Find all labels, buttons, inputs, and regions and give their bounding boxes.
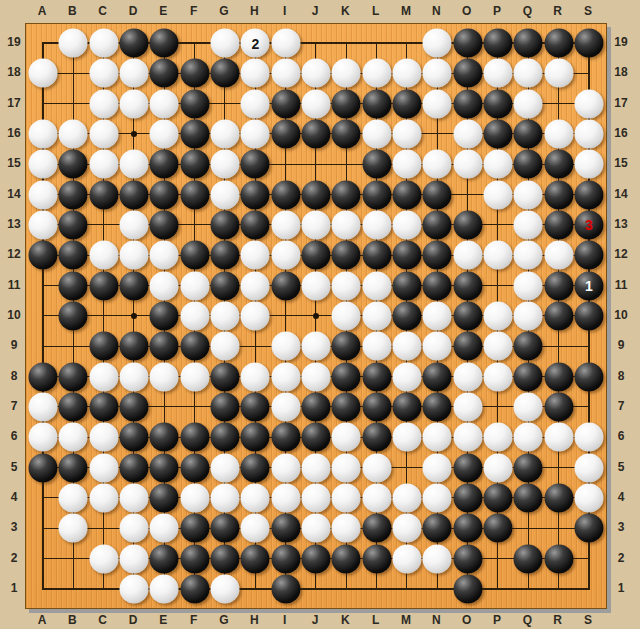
black-stone-L12[interactable] xyxy=(362,241,391,270)
white-stone-O16[interactable] xyxy=(453,119,482,148)
black-stone-F6[interactable] xyxy=(180,423,209,452)
black-stone-I17[interactable] xyxy=(271,89,300,118)
black-stone-E13[interactable] xyxy=(150,210,179,239)
white-stone-E12[interactable] xyxy=(150,241,179,270)
white-stone-B6[interactable] xyxy=(59,423,88,452)
black-stone-R19[interactable] xyxy=(544,29,573,58)
white-stone-N18[interactable] xyxy=(423,59,452,88)
black-stone-E2[interactable] xyxy=(150,544,179,573)
white-stone-P8[interactable] xyxy=(483,362,512,391)
white-stone-Q13[interactable] xyxy=(514,210,543,239)
white-stone-L13[interactable] xyxy=(362,210,391,239)
black-stone-A12[interactable] xyxy=(29,241,58,270)
white-stone-I7[interactable] xyxy=(271,392,300,421)
white-stone-Q12[interactable] xyxy=(514,241,543,270)
white-stone-K18[interactable] xyxy=(332,59,361,88)
white-stone-I4[interactable] xyxy=(271,483,300,512)
black-stone-J7[interactable] xyxy=(301,392,330,421)
black-stone-R14[interactable] xyxy=(544,180,573,209)
black-stone-N3[interactable] xyxy=(423,514,452,543)
white-stone-H4[interactable] xyxy=(241,483,270,512)
black-stone-R7[interactable] xyxy=(544,392,573,421)
white-stone-P9[interactable] xyxy=(483,332,512,361)
black-stone-R4[interactable] xyxy=(544,483,573,512)
white-stone-E11[interactable] xyxy=(150,271,179,300)
black-stone-A8[interactable] xyxy=(29,362,58,391)
white-stone-H18[interactable] xyxy=(241,59,270,88)
white-stone-D15[interactable] xyxy=(119,150,148,179)
white-stone-K11[interactable] xyxy=(332,271,361,300)
white-stone-G5[interactable] xyxy=(210,453,239,482)
white-stone-M2[interactable] xyxy=(392,544,421,573)
black-stone-Q8[interactable] xyxy=(514,362,543,391)
white-stone-D8[interactable] xyxy=(119,362,148,391)
black-stone-N13[interactable] xyxy=(423,210,452,239)
white-stone-D1[interactable] xyxy=(119,574,148,603)
white-stone-K10[interactable] xyxy=(332,301,361,330)
white-stone-S16[interactable] xyxy=(574,119,603,148)
black-stone-H7[interactable] xyxy=(241,392,270,421)
black-stone-I2[interactable] xyxy=(271,544,300,573)
black-stone-Q9[interactable] xyxy=(514,332,543,361)
white-stone-E3[interactable] xyxy=(150,514,179,543)
black-stone-L2[interactable] xyxy=(362,544,391,573)
black-stone-J12[interactable] xyxy=(301,241,330,270)
black-stone-H14[interactable] xyxy=(241,180,270,209)
black-stone-L14[interactable] xyxy=(362,180,391,209)
white-stone-P10[interactable] xyxy=(483,301,512,330)
black-stone-M10[interactable] xyxy=(392,301,421,330)
black-stone-R10[interactable] xyxy=(544,301,573,330)
black-stone-H13[interactable] xyxy=(241,210,270,239)
white-stone-A15[interactable] xyxy=(29,150,58,179)
white-stone-H16[interactable] xyxy=(241,119,270,148)
white-stone-C16[interactable] xyxy=(89,119,118,148)
black-stone-F2[interactable] xyxy=(180,544,209,573)
black-stone-S14[interactable] xyxy=(574,180,603,209)
black-stone-O5[interactable] xyxy=(453,453,482,482)
black-stone-D11[interactable] xyxy=(119,271,148,300)
white-stone-C12[interactable] xyxy=(89,241,118,270)
black-stone-B12[interactable] xyxy=(59,241,88,270)
black-stone-E18[interactable] xyxy=(150,59,179,88)
black-stone-D6[interactable] xyxy=(119,423,148,452)
black-stone-O17[interactable] xyxy=(453,89,482,118)
white-stone-O15[interactable] xyxy=(453,150,482,179)
white-stone-Q11[interactable] xyxy=(514,271,543,300)
black-stone-G13[interactable] xyxy=(210,210,239,239)
black-stone-C7[interactable] xyxy=(89,392,118,421)
black-stone-M11[interactable] xyxy=(392,271,421,300)
white-stone-C2[interactable] xyxy=(89,544,118,573)
black-stone-J16[interactable] xyxy=(301,119,330,148)
white-stone-M3[interactable] xyxy=(392,514,421,543)
white-stone-L11[interactable] xyxy=(362,271,391,300)
white-stone-C18[interactable] xyxy=(89,59,118,88)
black-stone-C9[interactable] xyxy=(89,332,118,361)
black-stone-N7[interactable] xyxy=(423,392,452,421)
black-stone-A5[interactable] xyxy=(29,453,58,482)
white-stone-R6[interactable] xyxy=(544,423,573,452)
white-stone-P6[interactable] xyxy=(483,423,512,452)
black-stone-E5[interactable] xyxy=(150,453,179,482)
black-stone-K16[interactable] xyxy=(332,119,361,148)
black-stone-S10[interactable] xyxy=(574,301,603,330)
black-stone-B11[interactable] xyxy=(59,271,88,300)
black-stone-O9[interactable] xyxy=(453,332,482,361)
white-stone-C15[interactable] xyxy=(89,150,118,179)
black-stone-R8[interactable] xyxy=(544,362,573,391)
white-stone-M6[interactable] xyxy=(392,423,421,452)
black-stone-F14[interactable] xyxy=(180,180,209,209)
white-stone-H12[interactable] xyxy=(241,241,270,270)
white-stone-A14[interactable] xyxy=(29,180,58,209)
white-stone-D3[interactable] xyxy=(119,514,148,543)
black-stone-C14[interactable] xyxy=(89,180,118,209)
white-stone-C17[interactable] xyxy=(89,89,118,118)
black-stone-O2[interactable] xyxy=(453,544,482,573)
white-stone-L16[interactable] xyxy=(362,119,391,148)
black-stone-C11[interactable] xyxy=(89,271,118,300)
white-stone-E1[interactable] xyxy=(150,574,179,603)
black-stone-I3[interactable] xyxy=(271,514,300,543)
black-stone-N11[interactable] xyxy=(423,271,452,300)
black-stone-F16[interactable] xyxy=(180,119,209,148)
white-stone-H17[interactable] xyxy=(241,89,270,118)
black-stone-L15[interactable] xyxy=(362,150,391,179)
white-stone-A7[interactable] xyxy=(29,392,58,421)
white-stone-I19[interactable] xyxy=(271,29,300,58)
white-stone-I5[interactable] xyxy=(271,453,300,482)
white-stone-Q7[interactable] xyxy=(514,392,543,421)
white-stone-K3[interactable] xyxy=(332,514,361,543)
white-stone-E16[interactable] xyxy=(150,119,179,148)
black-stone-D5[interactable] xyxy=(119,453,148,482)
white-stone-I8[interactable] xyxy=(271,362,300,391)
white-stone-K13[interactable] xyxy=(332,210,361,239)
black-stone-N12[interactable] xyxy=(423,241,452,270)
white-stone-J3[interactable] xyxy=(301,514,330,543)
black-stone-E15[interactable] xyxy=(150,150,179,179)
black-stone-Q5[interactable] xyxy=(514,453,543,482)
white-stone-P5[interactable] xyxy=(483,453,512,482)
black-stone-E14[interactable] xyxy=(150,180,179,209)
black-stone-E6[interactable] xyxy=(150,423,179,452)
black-stone-G18[interactable] xyxy=(210,59,239,88)
black-stone-O18[interactable] xyxy=(453,59,482,88)
white-stone-O8[interactable] xyxy=(453,362,482,391)
black-stone-B5[interactable] xyxy=(59,453,88,482)
white-stone-D4[interactable] xyxy=(119,483,148,512)
white-stone-N15[interactable] xyxy=(423,150,452,179)
white-stone-M4[interactable] xyxy=(392,483,421,512)
white-stone-R18[interactable] xyxy=(544,59,573,88)
white-stone-C5[interactable] xyxy=(89,453,118,482)
go-board[interactable]: 231 xyxy=(25,23,607,609)
white-stone-N9[interactable] xyxy=(423,332,452,361)
white-stone-K4[interactable] xyxy=(332,483,361,512)
white-stone-F8[interactable] xyxy=(180,362,209,391)
white-stone-I9[interactable] xyxy=(271,332,300,361)
black-stone-G8[interactable] xyxy=(210,362,239,391)
black-stone-N8[interactable] xyxy=(423,362,452,391)
black-stone-G7[interactable] xyxy=(210,392,239,421)
white-stone-H11[interactable] xyxy=(241,271,270,300)
white-stone-N5[interactable] xyxy=(423,453,452,482)
black-stone-E19[interactable] xyxy=(150,29,179,58)
white-stone-H3[interactable] xyxy=(241,514,270,543)
black-stone-B13[interactable] xyxy=(59,210,88,239)
black-stone-K7[interactable] xyxy=(332,392,361,421)
black-stone-S13[interactable]: 3 xyxy=(574,210,603,239)
black-stone-G6[interactable] xyxy=(210,423,239,452)
white-stone-E17[interactable] xyxy=(150,89,179,118)
white-stone-G10[interactable] xyxy=(210,301,239,330)
white-stone-N19[interactable] xyxy=(423,29,452,58)
black-stone-O13[interactable] xyxy=(453,210,482,239)
black-stone-F18[interactable] xyxy=(180,59,209,88)
white-stone-G1[interactable] xyxy=(210,574,239,603)
black-stone-Q15[interactable] xyxy=(514,150,543,179)
white-stone-I18[interactable] xyxy=(271,59,300,88)
black-stone-B7[interactable] xyxy=(59,392,88,421)
white-stone-I13[interactable] xyxy=(271,210,300,239)
black-stone-P16[interactable] xyxy=(483,119,512,148)
black-stone-K12[interactable] xyxy=(332,241,361,270)
white-stone-J11[interactable] xyxy=(301,271,330,300)
white-stone-J5[interactable] xyxy=(301,453,330,482)
white-stone-N4[interactable] xyxy=(423,483,452,512)
black-stone-D19[interactable] xyxy=(119,29,148,58)
white-stone-B16[interactable] xyxy=(59,119,88,148)
black-stone-S19[interactable] xyxy=(574,29,603,58)
black-stone-P3[interactable] xyxy=(483,514,512,543)
white-stone-C19[interactable] xyxy=(89,29,118,58)
black-stone-R2[interactable] xyxy=(544,544,573,573)
black-stone-O1[interactable] xyxy=(453,574,482,603)
black-stone-D14[interactable] xyxy=(119,180,148,209)
black-stone-O19[interactable] xyxy=(453,29,482,58)
white-stone-A6[interactable] xyxy=(29,423,58,452)
black-stone-P17[interactable] xyxy=(483,89,512,118)
black-stone-O4[interactable] xyxy=(453,483,482,512)
white-stone-J18[interactable] xyxy=(301,59,330,88)
white-stone-Q14[interactable] xyxy=(514,180,543,209)
black-stone-H15[interactable] xyxy=(241,150,270,179)
white-stone-D13[interactable] xyxy=(119,210,148,239)
white-stone-S4[interactable] xyxy=(574,483,603,512)
white-stone-B19[interactable] xyxy=(59,29,88,58)
white-stone-D18[interactable] xyxy=(119,59,148,88)
black-stone-Q19[interactable] xyxy=(514,29,543,58)
white-stone-P18[interactable] xyxy=(483,59,512,88)
white-stone-G15[interactable] xyxy=(210,150,239,179)
black-stone-B14[interactable] xyxy=(59,180,88,209)
white-stone-S6[interactable] xyxy=(574,423,603,452)
black-stone-S11[interactable]: 1 xyxy=(574,271,603,300)
black-stone-I1[interactable] xyxy=(271,574,300,603)
white-stone-J9[interactable] xyxy=(301,332,330,361)
black-stone-L8[interactable] xyxy=(362,362,391,391)
black-stone-N14[interactable] xyxy=(423,180,452,209)
black-stone-O10[interactable] xyxy=(453,301,482,330)
white-stone-G16[interactable] xyxy=(210,119,239,148)
black-stone-B10[interactable] xyxy=(59,301,88,330)
black-stone-S3[interactable] xyxy=(574,514,603,543)
black-stone-F5[interactable] xyxy=(180,453,209,482)
white-stone-K5[interactable] xyxy=(332,453,361,482)
white-stone-N10[interactable] xyxy=(423,301,452,330)
white-stone-R16[interactable] xyxy=(544,119,573,148)
black-stone-G11[interactable] xyxy=(210,271,239,300)
black-stone-R15[interactable] xyxy=(544,150,573,179)
black-stone-I14[interactable] xyxy=(271,180,300,209)
black-stone-J14[interactable] xyxy=(301,180,330,209)
white-stone-J17[interactable] xyxy=(301,89,330,118)
white-stone-B3[interactable] xyxy=(59,514,88,543)
white-stone-M16[interactable] xyxy=(392,119,421,148)
white-stone-P12[interactable] xyxy=(483,241,512,270)
black-stone-S8[interactable] xyxy=(574,362,603,391)
black-stone-H6[interactable] xyxy=(241,423,270,452)
white-stone-M13[interactable] xyxy=(392,210,421,239)
white-stone-C4[interactable] xyxy=(89,483,118,512)
black-stone-Q16[interactable] xyxy=(514,119,543,148)
black-stone-I6[interactable] xyxy=(271,423,300,452)
white-stone-A16[interactable] xyxy=(29,119,58,148)
white-stone-Q6[interactable] xyxy=(514,423,543,452)
black-stone-R11[interactable] xyxy=(544,271,573,300)
white-stone-N2[interactable] xyxy=(423,544,452,573)
black-stone-J2[interactable] xyxy=(301,544,330,573)
white-stone-Q10[interactable] xyxy=(514,301,543,330)
white-stone-N6[interactable] xyxy=(423,423,452,452)
white-stone-J13[interactable] xyxy=(301,210,330,239)
black-stone-K9[interactable] xyxy=(332,332,361,361)
white-stone-F4[interactable] xyxy=(180,483,209,512)
white-stone-M9[interactable] xyxy=(392,332,421,361)
white-stone-M15[interactable] xyxy=(392,150,421,179)
white-stone-O7[interactable] xyxy=(453,392,482,421)
white-stone-S15[interactable] xyxy=(574,150,603,179)
white-stone-F10[interactable] xyxy=(180,301,209,330)
black-stone-L7[interactable] xyxy=(362,392,391,421)
white-stone-O12[interactable] xyxy=(453,241,482,270)
black-stone-K14[interactable] xyxy=(332,180,361,209)
black-stone-B15[interactable] xyxy=(59,150,88,179)
white-stone-P14[interactable] xyxy=(483,180,512,209)
black-stone-F15[interactable] xyxy=(180,150,209,179)
black-stone-S12[interactable] xyxy=(574,241,603,270)
black-stone-I11[interactable] xyxy=(271,271,300,300)
white-stone-D17[interactable] xyxy=(119,89,148,118)
black-stone-K2[interactable] xyxy=(332,544,361,573)
black-stone-O11[interactable] xyxy=(453,271,482,300)
black-stone-Q2[interactable] xyxy=(514,544,543,573)
black-stone-M17[interactable] xyxy=(392,89,421,118)
black-stone-E4[interactable] xyxy=(150,483,179,512)
black-stone-F17[interactable] xyxy=(180,89,209,118)
white-stone-E8[interactable] xyxy=(150,362,179,391)
white-stone-H10[interactable] xyxy=(241,301,270,330)
black-stone-G12[interactable] xyxy=(210,241,239,270)
white-stone-G4[interactable] xyxy=(210,483,239,512)
white-stone-G14[interactable] xyxy=(210,180,239,209)
white-stone-L4[interactable] xyxy=(362,483,391,512)
white-stone-D12[interactable] xyxy=(119,241,148,270)
white-stone-L9[interactable] xyxy=(362,332,391,361)
white-stone-D2[interactable] xyxy=(119,544,148,573)
black-stone-K8[interactable] xyxy=(332,362,361,391)
white-stone-M8[interactable] xyxy=(392,362,421,391)
white-stone-G19[interactable] xyxy=(210,29,239,58)
white-stone-L10[interactable] xyxy=(362,301,391,330)
white-stone-S17[interactable] xyxy=(574,89,603,118)
black-stone-P19[interactable] xyxy=(483,29,512,58)
white-stone-N17[interactable] xyxy=(423,89,452,118)
black-stone-I16[interactable] xyxy=(271,119,300,148)
black-stone-D7[interactable] xyxy=(119,392,148,421)
white-stone-C6[interactable] xyxy=(89,423,118,452)
white-stone-G9[interactable] xyxy=(210,332,239,361)
black-stone-L3[interactable] xyxy=(362,514,391,543)
black-stone-F12[interactable] xyxy=(180,241,209,270)
white-stone-B4[interactable] xyxy=(59,483,88,512)
white-stone-M18[interactable] xyxy=(392,59,421,88)
white-stone-H8[interactable] xyxy=(241,362,270,391)
white-stone-S5[interactable] xyxy=(574,453,603,482)
white-stone-Q18[interactable] xyxy=(514,59,543,88)
black-stone-D9[interactable] xyxy=(119,332,148,361)
white-stone-Q17[interactable] xyxy=(514,89,543,118)
black-stone-H5[interactable] xyxy=(241,453,270,482)
white-stone-O6[interactable] xyxy=(453,423,482,452)
white-stone-L18[interactable] xyxy=(362,59,391,88)
white-stone-F11[interactable] xyxy=(180,271,209,300)
black-stone-G3[interactable] xyxy=(210,514,239,543)
white-stone-J4[interactable] xyxy=(301,483,330,512)
white-stone-A13[interactable] xyxy=(29,210,58,239)
black-stone-K17[interactable] xyxy=(332,89,361,118)
black-stone-M7[interactable] xyxy=(392,392,421,421)
white-stone-C8[interactable] xyxy=(89,362,118,391)
black-stone-L6[interactable] xyxy=(362,423,391,452)
white-stone-H19[interactable]: 2 xyxy=(241,29,270,58)
black-stone-M14[interactable] xyxy=(392,180,421,209)
white-stone-K6[interactable] xyxy=(332,423,361,452)
black-stone-O3[interactable] xyxy=(453,514,482,543)
black-stone-E10[interactable] xyxy=(150,301,179,330)
black-stone-L17[interactable] xyxy=(362,89,391,118)
black-stone-M12[interactable] xyxy=(392,241,421,270)
black-stone-H2[interactable] xyxy=(241,544,270,573)
white-stone-L5[interactable] xyxy=(362,453,391,482)
white-stone-R12[interactable] xyxy=(544,241,573,270)
white-stone-J8[interactable] xyxy=(301,362,330,391)
black-stone-F1[interactable] xyxy=(180,574,209,603)
black-stone-J6[interactable] xyxy=(301,423,330,452)
white-stone-I12[interactable] xyxy=(271,241,300,270)
black-stone-P4[interactable] xyxy=(483,483,512,512)
black-stone-Q4[interactable] xyxy=(514,483,543,512)
black-stone-E9[interactable] xyxy=(150,332,179,361)
white-stone-P15[interactable] xyxy=(483,150,512,179)
white-stone-A18[interactable] xyxy=(29,59,58,88)
black-stone-F9[interactable] xyxy=(180,332,209,361)
black-stone-G2[interactable] xyxy=(210,544,239,573)
black-stone-B8[interactable] xyxy=(59,362,88,391)
black-stone-R13[interactable] xyxy=(544,210,573,239)
